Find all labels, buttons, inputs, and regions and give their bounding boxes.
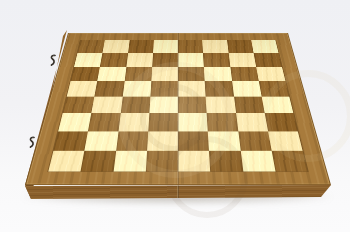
square [227, 40, 254, 53]
square [103, 40, 130, 53]
square [97, 67, 126, 81]
chessboard [25, 33, 331, 185]
square [95, 81, 125, 97]
square [230, 67, 259, 81]
square [238, 131, 272, 150]
square [178, 67, 205, 81]
square [113, 151, 147, 172]
square [120, 97, 150, 114]
hinge-clasp-icon [49, 54, 58, 67]
square [71, 67, 101, 81]
square [209, 151, 243, 172]
square [256, 67, 286, 81]
square [178, 40, 203, 53]
square [85, 131, 119, 150]
square [151, 67, 178, 81]
square [53, 131, 88, 150]
square [63, 97, 95, 114]
square [74, 53, 102, 67]
square [81, 151, 116, 172]
square [149, 97, 178, 114]
square [208, 131, 240, 150]
square [178, 151, 210, 172]
square [234, 97, 265, 114]
square [206, 97, 236, 114]
square [153, 40, 178, 53]
square [58, 113, 91, 131]
square [152, 53, 178, 67]
hinge-clasp-icon [28, 136, 37, 149]
square [88, 113, 120, 131]
square [148, 113, 178, 131]
square [150, 81, 178, 97]
square [91, 97, 122, 114]
square [100, 53, 128, 67]
square [126, 53, 153, 67]
square [253, 53, 281, 67]
photo-background [0, 0, 350, 232]
square [268, 131, 303, 150]
square [147, 131, 178, 150]
square [77, 40, 104, 53]
square [178, 131, 209, 150]
square [202, 40, 228, 53]
square [228, 53, 256, 67]
square [124, 67, 152, 81]
square [146, 151, 178, 172]
square [259, 81, 290, 97]
square [178, 97, 207, 114]
square [178, 113, 208, 131]
square [236, 113, 268, 131]
square [240, 151, 275, 172]
square [205, 81, 234, 97]
square [203, 53, 230, 67]
square [207, 113, 238, 131]
square [48, 151, 84, 172]
square [122, 81, 151, 97]
square [178, 81, 206, 97]
square [116, 131, 148, 150]
square [118, 113, 149, 131]
fold-seam [177, 33, 179, 184]
square [204, 67, 232, 81]
square [251, 40, 278, 53]
square [67, 81, 98, 97]
square [265, 113, 298, 131]
square [232, 81, 262, 97]
square [271, 151, 307, 172]
square [178, 53, 204, 67]
square [128, 40, 154, 53]
square [261, 97, 293, 114]
